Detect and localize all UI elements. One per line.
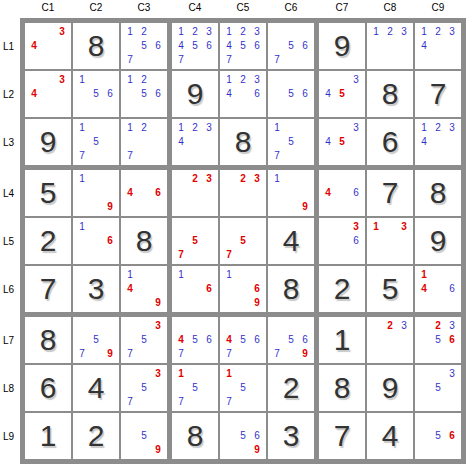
cell-L6C9[interactable]: 146 [415, 266, 461, 312]
candidate-4: 4 [174, 135, 188, 149]
box-7: 8579357643571259 [25, 317, 167, 459]
candidate-6-highlight: 6 [445, 429, 459, 443]
cell-L8C8[interactable]: 9 [367, 365, 413, 411]
pencil-marks: 5679 [268, 317, 314, 363]
empty-candidate-slot [103, 220, 117, 234]
empty-candidate-slot [250, 234, 264, 248]
cell-L4C6[interactable]: 19 [268, 170, 314, 216]
candidate-5: 5 [188, 39, 202, 53]
empty-candidate-slot [321, 220, 335, 234]
candidate-1: 1 [75, 73, 89, 87]
empty-candidate-slot [284, 121, 298, 135]
cell-L5C4[interactable]: 57 [172, 218, 218, 264]
empty-candidate-slot [236, 367, 250, 381]
solved-digit: 8 [25, 317, 71, 363]
candidate-2: 2 [137, 25, 151, 39]
cell-L1C9[interactable]: 1234 [415, 23, 461, 69]
empty-candidate-slot [397, 248, 411, 262]
empty-candidate-slot [445, 53, 459, 67]
cell-L4C1[interactable]: 5 [25, 170, 71, 216]
candidate-1: 1 [75, 220, 89, 234]
cell-L1C1[interactable]: 34 [25, 23, 71, 69]
pencil-marks: 1234567 [220, 23, 266, 69]
cell-L4C2[interactable]: 19 [73, 170, 119, 216]
cell-L5C5[interactable]: 57 [220, 218, 266, 264]
empty-candidate-slot [41, 25, 55, 39]
cell-L3C7[interactable]: 345 [319, 119, 365, 165]
cell-L4C4[interactable]: 23 [172, 170, 218, 216]
candidate-1: 1 [270, 172, 284, 186]
candidate-5: 5 [89, 333, 103, 347]
cell-L6C3[interactable]: 149 [121, 266, 167, 312]
candidate-7-highlight: 7 [222, 248, 236, 262]
cell-L6C2[interactable]: 3 [73, 266, 119, 312]
cell-L1C4[interactable]: 1234567 [172, 23, 218, 69]
empty-candidate-slot [431, 415, 445, 429]
empty-candidate-slot [431, 39, 445, 53]
candidate-7: 7 [222, 347, 236, 361]
cell-L6C8[interactable]: 5 [367, 266, 413, 312]
cell-L9C7[interactable]: 7 [319, 413, 365, 459]
cell-L8C3[interactable]: 357 [121, 365, 167, 411]
candidate-9-highlight: 9 [298, 200, 312, 214]
cell-L5C6[interactable]: 4 [268, 218, 314, 264]
empty-candidate-slot [103, 121, 117, 135]
empty-candidate-slot [284, 172, 298, 186]
cell-L7C8[interactable]: 23 [367, 317, 413, 363]
cell-L8C6[interactable]: 2 [268, 365, 314, 411]
empty-candidate-slot [445, 296, 459, 310]
empty-candidate-slot [202, 186, 216, 200]
candidate-1: 1 [222, 25, 236, 39]
empty-candidate-slot [445, 149, 459, 163]
empty-candidate-slot [41, 87, 55, 101]
empty-candidate-slot [236, 415, 250, 429]
col-label-C4: C4 [172, 0, 218, 18]
pencil-marks: 357 [121, 365, 167, 411]
candidate-4: 4 [417, 39, 431, 53]
row-label-L7: L7 [0, 317, 20, 363]
cell-L3C2[interactable]: 157 [73, 119, 119, 165]
pencil-marks: 23 [172, 170, 218, 216]
pencil-marks: 567 [268, 23, 314, 69]
empty-candidate-slot [397, 333, 411, 347]
col-label-C6: C6 [268, 0, 314, 18]
pencil-marks: 35 [415, 365, 461, 411]
empty-candidate-slot [123, 87, 137, 101]
cell-L7C3[interactable]: 357 [121, 317, 167, 363]
candidate-1-highlight: 1 [369, 220, 383, 234]
empty-candidate-slot [151, 73, 165, 87]
empty-candidate-slot [55, 53, 69, 67]
cell-L7C9[interactable]: 2356 [415, 317, 461, 363]
candidate-6: 6 [202, 39, 216, 53]
cell-L3C5[interactable]: 8 [220, 119, 266, 165]
pencil-marks: 2356 [415, 317, 461, 363]
empty-candidate-slot [137, 200, 151, 214]
empty-candidate-slot [75, 234, 89, 248]
candidate-5: 5 [137, 39, 151, 53]
solved-digit: 8 [73, 23, 119, 69]
empty-candidate-slot [188, 319, 202, 333]
empty-candidate-slot [284, 101, 298, 115]
empty-candidate-slot [137, 135, 151, 149]
pencil-marks: 4567 [220, 317, 266, 363]
empty-candidate-slot [335, 234, 349, 248]
col-label-group: C1C2C3 [25, 0, 167, 18]
candidate-5: 5 [236, 333, 250, 347]
cell-L5C9[interactable]: 9 [415, 218, 461, 264]
solved-digit: 2 [25, 218, 71, 264]
empty-candidate-slot [151, 268, 165, 282]
empty-candidate-slot [431, 282, 445, 296]
empty-candidate-slot [75, 200, 89, 214]
empty-candidate-slot [431, 367, 445, 381]
cell-L5C7[interactable]: 36 [319, 218, 365, 264]
empty-candidate-slot [222, 101, 236, 115]
empty-candidate-slot [321, 121, 335, 135]
cell-L7C4[interactable]: 4567 [172, 317, 218, 363]
empty-candidate-slot [250, 268, 264, 282]
empty-candidate-slot [151, 172, 165, 186]
candidate-3-highlight: 3 [151, 319, 165, 333]
cell-L8C7[interactable]: 8 [319, 365, 365, 411]
cell-L2C4[interactable]: 9 [172, 71, 218, 117]
empty-candidate-slot [270, 333, 284, 347]
cell-L4C7[interactable]: 46 [319, 170, 365, 216]
cell-L2C9[interactable]: 7 [415, 71, 461, 117]
empty-candidate-slot [250, 200, 264, 214]
cell-L3C3[interactable]: 127 [121, 119, 167, 165]
empty-candidate-slot [55, 87, 69, 101]
cell-L2C6[interactable]: 56 [268, 71, 314, 117]
empty-candidate-slot [188, 220, 202, 234]
cell-L9C2[interactable]: 2 [73, 413, 119, 459]
cell-L9C9[interactable]: 56 [415, 413, 461, 459]
empty-candidate-slot [123, 443, 137, 457]
empty-candidate-slot [202, 268, 216, 282]
candidate-5: 5 [137, 87, 151, 101]
empty-candidate-slot [250, 395, 264, 409]
cell-L7C5[interactable]: 4567 [220, 317, 266, 363]
cell-L2C7[interactable]: 345 [319, 71, 365, 117]
box-3: 912312343458734561234 [319, 23, 461, 165]
cell-L8C9[interactable]: 35 [415, 365, 461, 411]
row-label-L2: L2 [0, 71, 20, 117]
empty-candidate-slot [123, 367, 137, 381]
empty-candidate-slot [236, 101, 250, 115]
candidate-2: 2 [431, 121, 445, 135]
candidate-6: 6 [151, 39, 165, 53]
empty-candidate-slot [284, 186, 298, 200]
cell-L6C1[interactable]: 7 [25, 266, 71, 312]
candidate-6: 6 [103, 87, 117, 101]
empty-candidate-slot [397, 39, 411, 53]
pencil-marks: 34 [25, 71, 71, 117]
cell-L2C3[interactable]: 1256 [121, 71, 167, 117]
candidate-5-highlight: 5 [335, 87, 349, 101]
empty-candidate-slot [137, 172, 151, 186]
pencil-marks: 59 [121, 413, 167, 459]
candidate-3-highlight: 3 [397, 220, 411, 234]
cell-L7C2[interactable]: 579 [73, 317, 119, 363]
pencil-marks: 1234 [415, 23, 461, 69]
empty-candidate-slot [151, 333, 165, 347]
empty-candidate-slot [89, 73, 103, 87]
cell-L8C2[interactable]: 4 [73, 365, 119, 411]
empty-candidate-slot [417, 296, 431, 310]
candidate-9-highlight: 9 [103, 347, 117, 361]
candidate-5-highlight: 5 [236, 234, 250, 248]
cell-L3C8[interactable]: 6 [367, 119, 413, 165]
pencil-marks: 4567 [172, 317, 218, 363]
solved-digit: 4 [367, 413, 413, 459]
empty-candidate-slot [284, 347, 298, 361]
empty-candidate-slot [151, 101, 165, 115]
solved-digit: 8 [415, 170, 461, 216]
empty-candidate-slot [298, 73, 312, 87]
empty-candidate-slot [270, 39, 284, 53]
candidate-5: 5 [236, 381, 250, 395]
empty-candidate-slot [236, 248, 250, 262]
cell-L8C4[interactable]: 157 [172, 365, 218, 411]
cell-L2C5[interactable]: 12346 [220, 71, 266, 117]
empty-candidate-slot [75, 87, 89, 101]
empty-candidate-slot [445, 395, 459, 409]
empty-candidate-slot [123, 296, 137, 310]
cell-L9C8[interactable]: 4 [367, 413, 413, 459]
candidate-7: 7 [75, 149, 89, 163]
empty-candidate-slot [298, 172, 312, 186]
empty-candidate-slot [349, 135, 363, 149]
pencil-marks: 149 [121, 266, 167, 312]
empty-candidate-slot [298, 101, 312, 115]
candidate-9-highlight: 9 [103, 200, 117, 214]
candidate-5-highlight: 5 [188, 234, 202, 248]
empty-candidate-slot [137, 53, 151, 67]
solved-digit: 9 [319, 23, 365, 69]
candidate-4: 4 [321, 135, 335, 149]
empty-candidate-slot [335, 172, 349, 186]
cell-L2C2[interactable]: 156 [73, 71, 119, 117]
cell-L4C5[interactable]: 23 [220, 170, 266, 216]
empty-candidate-slot [89, 248, 103, 262]
cell-L3C6[interactable]: 157 [268, 119, 314, 165]
empty-candidate-slot [284, 149, 298, 163]
cell-L1C2[interactable]: 8 [73, 23, 119, 69]
pencil-marks: 357 [121, 317, 167, 363]
empty-candidate-slot [188, 296, 202, 310]
pencil-marks: 23 [220, 170, 266, 216]
pencil-marks: 127 [121, 119, 167, 165]
candidate-5: 5 [188, 381, 202, 395]
empty-candidate-slot [369, 53, 383, 67]
candidate-5: 5 [137, 381, 151, 395]
box-6: 46783613925146 [319, 170, 461, 312]
solved-digit: 8 [172, 413, 218, 459]
candidate-4-highlight: 4 [123, 186, 137, 200]
empty-candidate-slot [222, 443, 236, 457]
empty-candidate-slot [397, 347, 411, 361]
empty-candidate-slot [41, 53, 55, 67]
empty-candidate-slot [431, 395, 445, 409]
candidate-3: 3 [445, 367, 459, 381]
empty-candidate-slot [236, 347, 250, 361]
candidate-2: 2 [236, 73, 250, 87]
empty-candidate-slot [123, 429, 137, 443]
empty-candidate-slot [151, 415, 165, 429]
empty-candidate-slot [202, 53, 216, 67]
empty-candidate-slot [236, 220, 250, 234]
empty-candidate-slot [250, 186, 264, 200]
cell-L9C5[interactable]: 569 [220, 413, 266, 459]
empty-candidate-slot [250, 319, 264, 333]
cell-L2C1[interactable]: 34 [25, 71, 71, 117]
cell-L2C8[interactable]: 8 [367, 71, 413, 117]
cell-L5C3[interactable]: 8 [121, 218, 167, 264]
empty-candidate-slot [445, 268, 459, 282]
empty-candidate-slot [41, 73, 55, 87]
pencil-marks: 34 [25, 23, 71, 69]
cell-L8C5[interactable]: 157 [220, 365, 266, 411]
empty-candidate-slot [174, 319, 188, 333]
empty-candidate-slot [202, 234, 216, 248]
empty-candidate-slot [123, 319, 137, 333]
candidate-6-highlight: 6 [151, 186, 165, 200]
cell-L4C8[interactable]: 7 [367, 170, 413, 216]
cell-L4C3[interactable]: 46 [121, 170, 167, 216]
cell-L8C1[interactable]: 6 [25, 365, 71, 411]
solved-digit: 7 [367, 170, 413, 216]
cell-L3C1[interactable]: 9 [25, 119, 71, 165]
candidate-7: 7 [270, 149, 284, 163]
cell-L4C9[interactable]: 8 [415, 170, 461, 216]
empty-candidate-slot [222, 415, 236, 429]
cell-L5C8[interactable]: 13 [367, 218, 413, 264]
empty-candidate-slot [417, 367, 431, 381]
empty-candidate-slot [250, 101, 264, 115]
empty-candidate-slot [137, 367, 151, 381]
candidate-4: 4 [222, 39, 236, 53]
solved-digit: 9 [415, 218, 461, 264]
empty-candidate-slot [202, 135, 216, 149]
pencil-marks: 46 [121, 170, 167, 216]
cell-L1C8[interactable]: 123 [367, 23, 413, 69]
empty-candidate-slot [321, 234, 335, 248]
candidate-5: 5 [284, 135, 298, 149]
cell-L3C4[interactable]: 1234 [172, 119, 218, 165]
empty-candidate-slot [250, 347, 264, 361]
candidate-7: 7 [123, 395, 137, 409]
empty-candidate-slot [188, 282, 202, 296]
empty-candidate-slot [321, 172, 335, 186]
empty-candidate-slot [123, 135, 137, 149]
solved-digit: 6 [25, 365, 71, 411]
solved-digit: 1 [319, 317, 365, 363]
cell-L1C7[interactable]: 9 [319, 23, 365, 69]
empty-candidate-slot [222, 234, 236, 248]
cell-L1C5[interactable]: 1234567 [220, 23, 266, 69]
empty-candidate-slot [55, 101, 69, 115]
empty-candidate-slot [27, 53, 41, 67]
cell-L1C6[interactable]: 567 [268, 23, 314, 69]
empty-candidate-slot [270, 25, 284, 39]
cell-L6C6[interactable]: 8 [268, 266, 314, 312]
empty-candidate-slot [250, 381, 264, 395]
solved-digit: 9 [172, 71, 218, 117]
cell-L6C5[interactable]: 169 [220, 266, 266, 312]
cell-L1C3[interactable]: 12567 [121, 23, 167, 69]
empty-candidate-slot [202, 149, 216, 163]
candidate-6: 6 [250, 87, 264, 101]
candidate-5: 5 [89, 87, 103, 101]
empty-candidate-slot [349, 149, 363, 163]
row-label-group: L4L5L6 [0, 170, 20, 312]
empty-candidate-slot [298, 53, 312, 67]
empty-candidate-slot [431, 135, 445, 149]
empty-candidate-slot [445, 415, 459, 429]
empty-candidate-slot [188, 268, 202, 282]
candidate-5: 5 [284, 39, 298, 53]
pencil-marks: 57 [172, 218, 218, 264]
empty-candidate-slot [103, 101, 117, 115]
empty-candidate-slot [335, 200, 349, 214]
candidate-5: 5 [137, 429, 151, 443]
empty-candidate-slot [236, 87, 250, 101]
cell-L9C3[interactable]: 59 [121, 413, 167, 459]
cell-L9C4[interactable]: 8 [172, 413, 218, 459]
solved-digit: 8 [268, 266, 314, 312]
empty-candidate-slot [383, 234, 397, 248]
cell-L6C4[interactable]: 16 [172, 266, 218, 312]
col-label-group: C7C8C9 [319, 0, 461, 18]
cell-L5C2[interactable]: 16 [73, 218, 119, 264]
empty-candidate-slot [298, 186, 312, 200]
candidate-2: 2 [137, 73, 151, 87]
pencil-marks: 157 [220, 365, 266, 411]
empty-candidate-slot [123, 333, 137, 347]
empty-candidate-slot [321, 101, 335, 115]
cell-L9C6[interactable]: 3 [268, 413, 314, 459]
col-label-C5: C5 [220, 0, 266, 18]
candidate-3: 3 [349, 121, 363, 135]
col-label-C3: C3 [121, 0, 167, 18]
empty-candidate-slot [397, 53, 411, 67]
empty-candidate-slot [236, 53, 250, 67]
candidate-6: 6 [349, 186, 363, 200]
empty-candidate-slot [222, 282, 236, 296]
candidate-3: 3 [250, 25, 264, 39]
cell-L3C9[interactable]: 1234 [415, 119, 461, 165]
cell-L9C1[interactable]: 1 [25, 413, 71, 459]
empty-candidate-slot [103, 73, 117, 87]
cell-L7C1[interactable]: 8 [25, 317, 71, 363]
candidate-2: 2 [383, 25, 397, 39]
cell-L6C7[interactable]: 2 [319, 266, 365, 312]
candidate-2-highlight: 2 [383, 319, 397, 333]
cell-L7C6[interactable]: 5679 [268, 317, 314, 363]
cell-L5C1[interactable]: 2 [25, 218, 71, 264]
empty-candidate-slot [236, 395, 250, 409]
empty-candidate-slot [202, 248, 216, 262]
empty-candidate-slot [335, 248, 349, 262]
candidate-6: 6 [298, 87, 312, 101]
candidate-2-highlight: 2 [188, 172, 202, 186]
cell-L7C7[interactable]: 1 [319, 317, 365, 363]
candidate-3-highlight: 3 [250, 172, 264, 186]
pencil-marks: 16 [73, 218, 119, 264]
pencil-marks: 56 [415, 413, 461, 459]
